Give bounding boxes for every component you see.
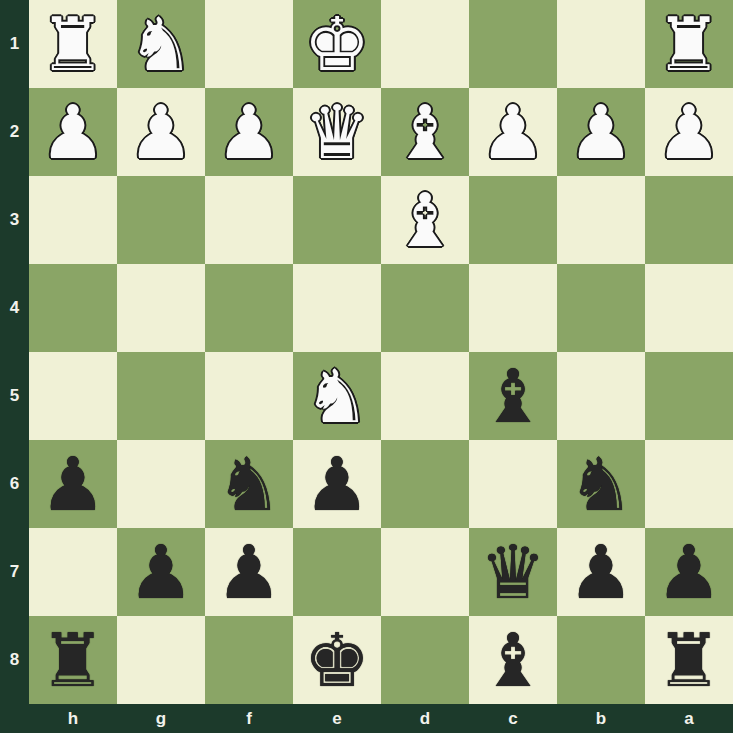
square-e7[interactable] xyxy=(293,528,381,616)
square-a4[interactable] xyxy=(645,264,733,352)
square-e5[interactable]: ♞ xyxy=(293,352,381,440)
square-h4[interactable] xyxy=(29,264,117,352)
square-b3[interactable] xyxy=(557,176,645,264)
black-rook[interactable]: ♜ xyxy=(40,616,106,704)
white-pawn[interactable]: ♟ xyxy=(40,88,106,176)
square-h1[interactable]: ♜ xyxy=(29,0,117,88)
square-a3[interactable] xyxy=(645,176,733,264)
chessboard-app: 12345678 ♜♞♚♜♟♟♟♛♝♟♟♟♝♞♝♟♞♟♞♟♟♛♟♟♜♚♝♜ hg… xyxy=(0,0,733,733)
file-label-h: h xyxy=(29,704,117,733)
black-king[interactable]: ♚ xyxy=(304,616,370,704)
file-label-d: d xyxy=(381,704,469,733)
square-f8[interactable] xyxy=(205,616,293,704)
square-c6[interactable] xyxy=(469,440,557,528)
file-label-a: a xyxy=(645,704,733,733)
square-d6[interactable] xyxy=(381,440,469,528)
black-pawn[interactable]: ♟ xyxy=(568,528,634,616)
square-b8[interactable] xyxy=(557,616,645,704)
rank-label-5: 5 xyxy=(0,352,29,440)
square-d5[interactable] xyxy=(381,352,469,440)
bottom-strip: hgfedcba xyxy=(0,704,733,733)
square-c8[interactable]: ♝ xyxy=(469,616,557,704)
square-f2[interactable]: ♟ xyxy=(205,88,293,176)
white-knight[interactable]: ♞ xyxy=(304,352,370,440)
black-pawn[interactable]: ♟ xyxy=(216,528,282,616)
black-bishop[interactable]: ♝ xyxy=(480,352,546,440)
square-d8[interactable] xyxy=(381,616,469,704)
rank-labels: 12345678 xyxy=(0,0,29,704)
black-bishop[interactable]: ♝ xyxy=(480,616,546,704)
rank-label-8: 8 xyxy=(0,616,29,704)
square-h5[interactable] xyxy=(29,352,117,440)
square-a5[interactable] xyxy=(645,352,733,440)
file-label-b: b xyxy=(557,704,645,733)
square-f7[interactable]: ♟ xyxy=(205,528,293,616)
black-knight[interactable]: ♞ xyxy=(216,440,282,528)
square-h3[interactable] xyxy=(29,176,117,264)
rank-label-4: 4 xyxy=(0,264,29,352)
rank-label-3: 3 xyxy=(0,176,29,264)
square-h6[interactable]: ♟ xyxy=(29,440,117,528)
square-f5[interactable] xyxy=(205,352,293,440)
file-label-f: f xyxy=(205,704,293,733)
square-g4[interactable] xyxy=(117,264,205,352)
rank-label-2: 2 xyxy=(0,88,29,176)
square-g7[interactable]: ♟ xyxy=(117,528,205,616)
square-d1[interactable] xyxy=(381,0,469,88)
square-e8[interactable]: ♚ xyxy=(293,616,381,704)
square-e3[interactable] xyxy=(293,176,381,264)
black-queen[interactable]: ♛ xyxy=(480,528,546,616)
square-e2[interactable]: ♛ xyxy=(293,88,381,176)
square-c7[interactable]: ♛ xyxy=(469,528,557,616)
file-labels: hgfedcba xyxy=(29,704,733,733)
white-knight[interactable]: ♞ xyxy=(128,0,194,88)
square-a2[interactable]: ♟ xyxy=(645,88,733,176)
square-b1[interactable] xyxy=(557,0,645,88)
square-b6[interactable]: ♞ xyxy=(557,440,645,528)
square-d7[interactable] xyxy=(381,528,469,616)
square-a8[interactable]: ♜ xyxy=(645,616,733,704)
square-g1[interactable]: ♞ xyxy=(117,0,205,88)
square-g6[interactable] xyxy=(117,440,205,528)
square-f3[interactable] xyxy=(205,176,293,264)
white-pawn[interactable]: ♟ xyxy=(656,88,722,176)
square-d4[interactable] xyxy=(381,264,469,352)
square-g2[interactable]: ♟ xyxy=(117,88,205,176)
square-c5[interactable]: ♝ xyxy=(469,352,557,440)
square-f6[interactable]: ♞ xyxy=(205,440,293,528)
square-a6[interactable] xyxy=(645,440,733,528)
square-c2[interactable]: ♟ xyxy=(469,88,557,176)
black-rook[interactable]: ♜ xyxy=(656,616,722,704)
black-pawn[interactable]: ♟ xyxy=(40,440,106,528)
square-f1[interactable] xyxy=(205,0,293,88)
white-pawn[interactable]: ♟ xyxy=(216,88,282,176)
black-pawn[interactable]: ♟ xyxy=(128,528,194,616)
black-pawn[interactable]: ♟ xyxy=(656,528,722,616)
square-b7[interactable]: ♟ xyxy=(557,528,645,616)
square-d3[interactable]: ♝ xyxy=(381,176,469,264)
rank-label-6: 6 xyxy=(0,440,29,528)
square-h8[interactable]: ♜ xyxy=(29,616,117,704)
square-h2[interactable]: ♟ xyxy=(29,88,117,176)
square-c3[interactable] xyxy=(469,176,557,264)
white-queen[interactable]: ♛ xyxy=(304,88,370,176)
square-d2[interactable]: ♝ xyxy=(381,88,469,176)
white-pawn[interactable]: ♟ xyxy=(480,88,546,176)
board-corner xyxy=(0,704,29,733)
square-b2[interactable]: ♟ xyxy=(557,88,645,176)
white-rook[interactable]: ♜ xyxy=(656,0,722,88)
square-a7[interactable]: ♟ xyxy=(645,528,733,616)
square-e4[interactable] xyxy=(293,264,381,352)
square-c4[interactable] xyxy=(469,264,557,352)
square-f4[interactable] xyxy=(205,264,293,352)
white-bishop[interactable]: ♝ xyxy=(392,176,458,264)
square-e6[interactable]: ♟ xyxy=(293,440,381,528)
square-g3[interactable] xyxy=(117,176,205,264)
square-g8[interactable] xyxy=(117,616,205,704)
square-e1[interactable]: ♚ xyxy=(293,0,381,88)
white-pawn[interactable]: ♟ xyxy=(568,88,634,176)
file-label-g: g xyxy=(117,704,205,733)
rank-label-1: 1 xyxy=(0,0,29,88)
white-pawn[interactable]: ♟ xyxy=(128,88,194,176)
square-h7[interactable] xyxy=(29,528,117,616)
file-label-e: e xyxy=(293,704,381,733)
white-bishop[interactable]: ♝ xyxy=(392,88,458,176)
chess-board: ♜♞♚♜♟♟♟♛♝♟♟♟♝♞♝♟♞♟♞♟♟♛♟♟♜♚♝♜ xyxy=(29,0,733,704)
square-b4[interactable] xyxy=(557,264,645,352)
white-king[interactable]: ♚ xyxy=(304,0,370,88)
white-rook[interactable]: ♜ xyxy=(40,0,106,88)
square-c1[interactable] xyxy=(469,0,557,88)
black-pawn[interactable]: ♟ xyxy=(304,440,370,528)
square-b5[interactable] xyxy=(557,352,645,440)
black-knight[interactable]: ♞ xyxy=(568,440,634,528)
file-label-c: c xyxy=(469,704,557,733)
rank-label-7: 7 xyxy=(0,528,29,616)
square-a1[interactable]: ♜ xyxy=(645,0,733,88)
square-g5[interactable] xyxy=(117,352,205,440)
